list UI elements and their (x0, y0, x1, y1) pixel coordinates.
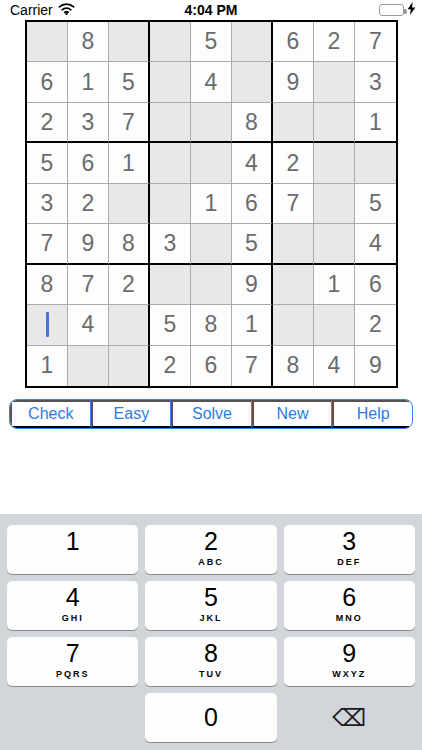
cell-r8c6[interactable]: 1 (232, 305, 273, 345)
key-letters: WXYZ (332, 668, 366, 680)
cell-r6c9[interactable]: 4 (355, 224, 396, 264)
key-digit: 8 (204, 639, 218, 668)
cell-r6c5[interactable] (191, 224, 232, 264)
cell-digit: 3 (82, 109, 95, 136)
cell-r8c5[interactable]: 8 (191, 305, 232, 345)
cell-r1c5[interactable]: 5 (191, 22, 232, 62)
help-button[interactable]: Help (332, 400, 412, 428)
cell-r9c3[interactable] (109, 346, 150, 386)
cell-r4c5[interactable] (191, 143, 232, 183)
cell-digit: 2 (82, 190, 95, 217)
cell-r3c3[interactable]: 7 (109, 103, 150, 143)
cell-r1c7[interactable]: 6 (273, 22, 314, 62)
cell-digit: 7 (287, 190, 300, 217)
cell-digit: 9 (369, 352, 382, 379)
cell-digit: 1 (328, 271, 341, 298)
cell-digit: 8 (122, 230, 135, 257)
cell-digit: 6 (205, 352, 218, 379)
cell-digit: 1 (245, 311, 258, 338)
cell-r8c7[interactable] (273, 305, 314, 345)
key-digit: 5 (204, 583, 218, 612)
cell-r7c2[interactable]: 7 (68, 265, 109, 305)
cell-digit: 2 (369, 311, 382, 338)
key-letters: PQRS (56, 668, 90, 680)
cell-r3c5[interactable] (191, 103, 232, 143)
cell-digit: 6 (245, 190, 258, 217)
cell-r4c7[interactable]: 2 (273, 143, 314, 183)
cell-digit: 5 (41, 150, 54, 177)
check-button[interactable]: Check (10, 400, 91, 428)
cell-digit: 2 (41, 109, 54, 136)
key-7[interactable]: 7PQRS (7, 637, 138, 686)
cell-digit: 2 (164, 352, 177, 379)
cell-digit: 3 (164, 230, 177, 257)
carrier-label: Carrier (10, 2, 53, 18)
cell-r9c2[interactable] (68, 346, 109, 386)
cell-r6c2[interactable]: 9 (68, 224, 109, 264)
cell-r6c3[interactable]: 8 (109, 224, 150, 264)
cell-r7c9[interactable]: 6 (355, 265, 396, 305)
cell-digit: 7 (245, 352, 258, 379)
cell-digit: 8 (205, 311, 218, 338)
key-8[interactable]: 8TUV (145, 637, 276, 686)
cell-digit: 3 (369, 69, 382, 96)
cell-digit: 5 (164, 311, 177, 338)
cell-r3c1[interactable]: 2 (27, 103, 68, 143)
cell-r5c6[interactable]: 6 (232, 184, 273, 224)
cell-digit: 8 (287, 352, 300, 379)
cell-r5c5[interactable]: 1 (191, 184, 232, 224)
app-window: Carrier 4:04 PM 85627 (0, 0, 422, 750)
toolbar: CheckEasySolveNewHelp (9, 399, 413, 429)
cell-r7c3[interactable]: 2 (109, 265, 150, 305)
cell-r2c9[interactable]: 3 (355, 62, 396, 102)
charging-bolt-icon (407, 2, 416, 18)
cell-r1c1[interactable] (27, 22, 68, 62)
key-letters: GHI (62, 612, 84, 624)
key-0[interactable]: 0 (145, 693, 276, 742)
cell-digit: 7 (369, 28, 382, 55)
cell-r7c8[interactable]: 1 (314, 265, 355, 305)
cell-r7c5[interactable] (191, 265, 232, 305)
cell-r1c4[interactable] (150, 22, 191, 62)
cell-digit: 6 (41, 69, 54, 96)
cell-r7c6[interactable]: 9 (232, 265, 273, 305)
key-6[interactable]: 6MNO (284, 581, 415, 630)
keyboard-keys: 12ABC3DEF4GHI5JKL6MNO7PQRS8TUV9WXYZ0⌫ (0, 514, 422, 742)
key-letters: MNO (336, 612, 363, 624)
key-digit: 2 (204, 527, 218, 556)
cell-digit: 5 (205, 28, 218, 55)
cell-r5c8[interactable] (314, 184, 355, 224)
cell-r9c9[interactable]: 9 (355, 346, 396, 386)
cell-r2c8[interactable] (314, 62, 355, 102)
cell-digit: 4 (82, 311, 95, 338)
cell-digit: 1 (205, 190, 218, 217)
key-spacer (7, 693, 138, 742)
cell-digit: 7 (41, 230, 54, 257)
cell-r7c4[interactable] (150, 265, 191, 305)
easy-button[interactable]: Easy (91, 400, 172, 428)
key-digit: 6 (342, 583, 356, 612)
key-2[interactable]: 2ABC (145, 525, 276, 574)
cell-r8c1[interactable] (27, 305, 68, 345)
cell-r3c4[interactable] (150, 103, 191, 143)
cell-digit: 1 (82, 69, 95, 96)
cell-r8c8[interactable] (314, 305, 355, 345)
cell-digit: 9 (287, 69, 300, 96)
cell-r6c8[interactable] (314, 224, 355, 264)
cell-r4c9[interactable] (355, 143, 396, 183)
cell-r4c1[interactable]: 5 (27, 143, 68, 183)
cell-r4c2[interactable]: 6 (68, 143, 109, 183)
cell-r9c1[interactable]: 1 (27, 346, 68, 386)
cell-digit: 5 (245, 230, 258, 257)
wifi-icon (58, 2, 75, 18)
cell-r2c1[interactable]: 6 (27, 62, 68, 102)
key-letters: TUV (199, 668, 223, 680)
key-4[interactable]: 4GHI (7, 581, 138, 630)
cell-r1c8[interactable]: 2 (314, 22, 355, 62)
cell-r5c7[interactable]: 7 (273, 184, 314, 224)
cell-digit: 6 (369, 271, 382, 298)
key-digit: 1 (66, 527, 80, 556)
cell-r7c1[interactable]: 8 (27, 265, 68, 305)
cell-digit: 5 (122, 69, 135, 96)
cell-digit: 1 (369, 109, 382, 136)
cell-digit: 2 (122, 271, 135, 298)
cell-digit: 1 (41, 352, 54, 379)
key-letters: JKL (199, 612, 222, 624)
cell-r9c6[interactable]: 7 (232, 346, 273, 386)
cell-digit: 4 (205, 69, 218, 96)
cell-r2c3[interactable]: 5 (109, 62, 150, 102)
cell-digit: 2 (328, 28, 341, 55)
cell-digit: 7 (82, 271, 95, 298)
cell-r3c6[interactable]: 8 (232, 103, 273, 143)
cell-digit: 3 (41, 190, 54, 217)
key-digit: 0 (204, 703, 218, 732)
cell-r3c8[interactable] (314, 103, 355, 143)
cell-r1c9[interactable]: 7 (355, 22, 396, 62)
solve-button[interactable]: Solve (171, 400, 252, 428)
key-5[interactable]: 5JKL (145, 581, 276, 630)
text-cursor (46, 312, 49, 337)
key-letters: DEF (337, 556, 361, 568)
key-digit: 3 (342, 527, 356, 556)
cell-r4c8[interactable] (314, 143, 355, 183)
cell-r5c4[interactable] (150, 184, 191, 224)
cell-r4c3[interactable]: 1 (109, 143, 150, 183)
cell-r1c3[interactable] (109, 22, 150, 62)
cell-r6c6[interactable]: 5 (232, 224, 273, 264)
cell-digit: 8 (245, 109, 258, 136)
cell-digit: 9 (245, 271, 258, 298)
key-1[interactable]: 1 (7, 525, 138, 574)
cell-digit: 8 (82, 28, 95, 55)
new-button[interactable]: New (252, 400, 333, 428)
cell-r6c1[interactable]: 7 (27, 224, 68, 264)
cell-r3c7[interactable] (273, 103, 314, 143)
cell-r8c2[interactable]: 4 (68, 305, 109, 345)
cell-r9c7[interactable]: 8 (273, 346, 314, 386)
number-keyboard: 12ABC3DEF4GHI5JKL6MNO7PQRS8TUV9WXYZ0⌫ (0, 514, 422, 750)
cell-digit: 9 (82, 230, 95, 257)
backspace-icon: ⌫ (332, 704, 366, 732)
cell-r9c4[interactable]: 2 (150, 346, 191, 386)
status-bar: Carrier 4:04 PM (0, 0, 422, 20)
key-digit: 9 (342, 639, 356, 668)
cell-digit: 6 (82, 150, 95, 177)
cell-r2c2[interactable]: 1 (68, 62, 109, 102)
key-9[interactable]: 9WXYZ (284, 637, 415, 686)
cell-r6c7[interactable] (273, 224, 314, 264)
cell-r2c6[interactable] (232, 62, 273, 102)
cell-r7c7[interactable] (273, 265, 314, 305)
key-3[interactable]: 3DEF (284, 525, 415, 574)
cell-r5c3[interactable] (109, 184, 150, 224)
cell-r5c9[interactable]: 5 (355, 184, 396, 224)
cell-r6c4[interactable]: 3 (150, 224, 191, 264)
cell-r5c1[interactable]: 3 (27, 184, 68, 224)
cell-r3c9[interactable]: 1 (355, 103, 396, 143)
cell-digit: 2 (287, 150, 300, 177)
cell-r1c2[interactable]: 8 (68, 22, 109, 62)
cell-r2c7[interactable]: 9 (273, 62, 314, 102)
cell-r8c9[interactable]: 2 (355, 305, 396, 345)
cell-digit: 4 (369, 230, 382, 257)
cell-digit: 6 (287, 28, 300, 55)
cell-r9c5[interactable]: 6 (191, 346, 232, 386)
cell-digit: 4 (245, 150, 258, 177)
cell-digit: 5 (369, 190, 382, 217)
cell-digit: 4 (328, 352, 341, 379)
sudoku-board: 8562761549323781561423216757983548729164… (25, 20, 398, 388)
key-digit: 7 (66, 639, 80, 668)
cell-r1c6[interactable] (232, 22, 273, 62)
battery-icon (379, 4, 404, 16)
cell-digit: 1 (122, 150, 135, 177)
cell-r4c4[interactable] (150, 143, 191, 183)
key-letters: ABC (198, 556, 224, 568)
cell-r8c4[interactable]: 5 (150, 305, 191, 345)
cell-r3c2[interactable]: 3 (68, 103, 109, 143)
cell-r5c2[interactable]: 2 (68, 184, 109, 224)
backspace-key[interactable]: ⌫ (284, 693, 415, 742)
cell-digit: 7 (122, 109, 135, 136)
cell-r8c3[interactable] (109, 305, 150, 345)
cell-r2c5[interactable]: 4 (191, 62, 232, 102)
key-digit: 4 (66, 583, 80, 612)
cell-digit: 8 (41, 271, 54, 298)
cell-r2c4[interactable] (150, 62, 191, 102)
cell-r4c6[interactable]: 4 (232, 143, 273, 183)
cell-r9c8[interactable]: 4 (314, 346, 355, 386)
